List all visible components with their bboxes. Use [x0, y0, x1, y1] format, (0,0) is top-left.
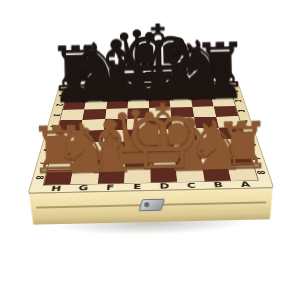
rank-label: 2 [48, 102, 70, 107]
board-grid[interactable]: ♜♞♝♛♚♝♞♜♟♟♟♟♟♟♟♟♟♟♟♟♟♟♟♟♜♞♝♛♚♝♞♜ [44, 87, 258, 185]
rank-label: 7 [243, 155, 270, 162]
rank-label: 8 [25, 174, 53, 182]
clasp [140, 199, 163, 212]
file-label: A [231, 180, 260, 188]
clasp-plate [138, 199, 165, 212]
chessboard[interactable]: 12345678 12345678 HGFEDCBA ♜♞♝♛♚♝♞♜♟♟♟♟♟… [29, 83, 273, 193]
square[interactable]: ♚ [150, 167, 177, 182]
rank-label: 6 [240, 142, 266, 149]
rank-label: 4 [233, 119, 257, 125]
clasp-knob-icon [144, 202, 149, 207]
rank-label: 3 [230, 108, 253, 113]
file-label: F [96, 183, 124, 191]
rank-label: 1 [51, 93, 73, 98]
square[interactable]: ♞ [202, 166, 231, 181]
rank-label: 3 [45, 112, 68, 117]
rank-label: 5 [236, 130, 261, 136]
rank-label: 4 [41, 123, 65, 129]
board-group: 12345678 12345678 HGFEDCBA ♜♞♝♛♚♝♞♜♟♟♟♟♟… [0, 0, 300, 300]
rank-label: 1 [225, 89, 247, 94]
photo-stage: 12345678 12345678 HGFEDCBA ♜♞♝♛♚♝♞♜♟♟♟♟♟… [0, 0, 300, 300]
file-label: H [42, 184, 71, 192]
rank-label: 6 [34, 146, 60, 153]
rank-label: 5 [38, 134, 63, 140]
file-label: D [151, 182, 178, 190]
square[interactable]: ♞ [71, 169, 99, 185]
file-label: G [69, 184, 97, 192]
rank-label: 8 [247, 169, 275, 177]
board-front-edge [29, 187, 274, 225]
rank-label: 7 [30, 159, 57, 166]
file-label: C [177, 181, 205, 189]
file-label: B [204, 181, 232, 189]
rank-label: 2 [227, 98, 250, 103]
scene: 12345678 12345678 HGFEDCBA ♜♞♝♛♚♝♞♜♟♟♟♟♟… [0, 0, 300, 300]
file-label: E [124, 182, 151, 190]
